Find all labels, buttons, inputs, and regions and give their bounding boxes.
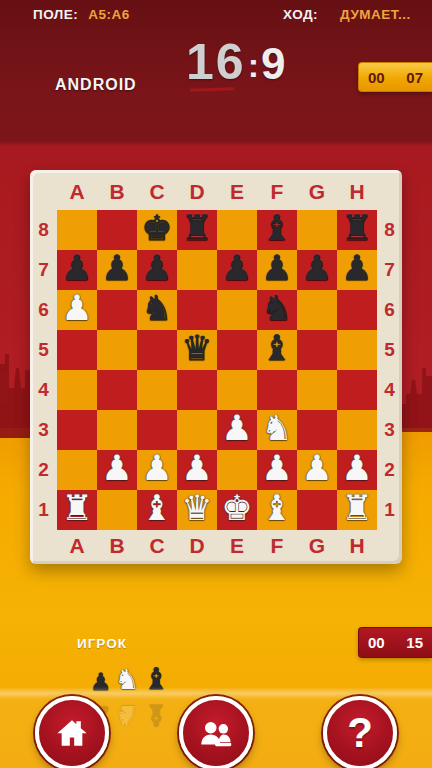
white-piece: ♜ [61, 489, 92, 527]
white-piece: ♟ [261, 449, 292, 487]
file-label-h: H [337, 174, 377, 210]
square-d5[interactable]: ♛ [177, 330, 217, 370]
black-piece: ♛ [181, 329, 212, 367]
factory-skyline-left [0, 336, 32, 438]
square-a1[interactable]: ♜ [57, 490, 97, 530]
opponent-score-box: 00 07 [358, 62, 432, 92]
player-score-right: 15 [406, 634, 423, 651]
file-label-f: F [257, 530, 297, 562]
rank-label-2: 2 [377, 450, 402, 490]
white-piece: ♟ [181, 449, 212, 487]
square-h6[interactable] [337, 290, 377, 330]
file-label-d: D [177, 530, 217, 562]
file-label-d: D [177, 174, 217, 210]
file-label-e: E [217, 530, 257, 562]
rank-label-8: 8 [377, 210, 402, 250]
square-g6[interactable] [297, 290, 337, 330]
rank-label-6: 6 [377, 290, 402, 330]
rank-label-8: 8 [30, 210, 57, 250]
square-d1[interactable]: ♛ [177, 490, 217, 530]
white-piece: ♜ [341, 489, 372, 527]
player-score-left: 00 [368, 634, 385, 651]
square-c1[interactable]: ♝ [137, 490, 177, 530]
square-e5[interactable] [217, 330, 257, 370]
square-g4[interactable] [297, 370, 337, 410]
square-e4[interactable] [217, 370, 257, 410]
square-b3[interactable] [97, 410, 137, 450]
square-c2[interactable]: ♟ [137, 450, 177, 490]
square-e3[interactable]: ♟ [217, 410, 257, 450]
square-c3[interactable] [137, 410, 177, 450]
chess-app-screen: ПОЛЕ: A5:A6 ХОД: ДУМАЕТ... 16 : 9 ANDROI… [0, 0, 432, 768]
opponent-score-right: 07 [406, 69, 423, 86]
players-button[interactable] [179, 696, 253, 768]
white-piece: ♟ [101, 449, 132, 487]
two-players-icon [195, 712, 237, 754]
help-button[interactable]: ? [323, 696, 397, 768]
file-label-g: G [297, 530, 337, 562]
square-g3[interactable] [297, 410, 337, 450]
file-label-h: H [337, 530, 377, 562]
square-f2[interactable]: ♟ [257, 450, 297, 490]
field-info: ПОЛЕ: A5:A6 [33, 7, 130, 22]
rank-label-7: 7 [30, 250, 57, 290]
square-e8[interactable] [217, 210, 257, 250]
black-piece: ♟ [261, 249, 292, 287]
square-e2[interactable] [217, 450, 257, 490]
timer-left-digits: 16 [186, 36, 246, 88]
game-timer: 16 : 9 [186, 36, 285, 88]
square-c6[interactable]: ♞ [137, 290, 177, 330]
player-name: ИГРОК [77, 636, 127, 651]
square-f7[interactable]: ♟ [257, 250, 297, 290]
rank-label-2: 2 [30, 450, 57, 490]
square-b6[interactable] [97, 290, 137, 330]
square-g5[interactable] [297, 330, 337, 370]
file-label-c: C [137, 530, 177, 562]
file-label-f: F [257, 174, 297, 210]
file-labels-bottom: ABCDEFGH [57, 530, 377, 562]
field-label: ПОЛЕ: [33, 7, 78, 22]
player-score-box: 00 15 [358, 627, 432, 658]
white-piece: ♞ [261, 409, 292, 447]
move-info: ХОД: ДУМАЕТ... [283, 7, 411, 22]
opponent-name: ANDROID [55, 76, 137, 94]
square-a7[interactable]: ♟ [57, 250, 97, 290]
square-a5[interactable] [57, 330, 97, 370]
rank-label-6: 6 [30, 290, 57, 330]
file-label-a: A [57, 174, 97, 210]
move-label: ХОД: [283, 7, 318, 22]
square-h8[interactable]: ♜ [337, 210, 377, 250]
file-label-a: A [57, 530, 97, 562]
square-c4[interactable] [137, 370, 177, 410]
square-d7[interactable] [177, 250, 217, 290]
square-d4[interactable] [177, 370, 217, 410]
square-f6[interactable]: ♞ [257, 290, 297, 330]
captured-white-knight: ♞ [115, 696, 140, 734]
white-piece: ♛ [181, 489, 212, 527]
square-b7[interactable]: ♟ [97, 250, 137, 290]
black-piece: ♟ [61, 249, 92, 287]
square-h3[interactable] [337, 410, 377, 450]
white-piece: ♝ [141, 489, 172, 527]
square-a2[interactable] [57, 450, 97, 490]
timer-right-digits: 9 [261, 40, 285, 88]
black-piece: ♜ [341, 209, 372, 247]
white-piece: ♟ [221, 409, 252, 447]
field-value: A5:A6 [88, 7, 130, 22]
rank-label-5: 5 [377, 330, 402, 370]
square-f5[interactable]: ♝ [257, 330, 297, 370]
move-status: ДУМАЕТ... [340, 7, 411, 22]
square-h1[interactable]: ♜ [337, 490, 377, 530]
rank-label-4: 4 [30, 370, 57, 410]
white-piece: ♟ [61, 289, 92, 327]
square-f8[interactable]: ♝ [257, 210, 297, 250]
square-b1[interactable] [97, 490, 137, 530]
rank-label-7: 7 [377, 250, 402, 290]
square-d8[interactable]: ♜ [177, 210, 217, 250]
square-b5[interactable] [97, 330, 137, 370]
square-g8[interactable] [297, 210, 337, 250]
square-h2[interactable]: ♟ [337, 450, 377, 490]
square-a6[interactable]: ♟ [57, 290, 97, 330]
rank-label-5: 5 [30, 330, 57, 370]
square-f4[interactable] [257, 370, 297, 410]
square-e1[interactable]: ♚ [217, 490, 257, 530]
black-piece: ♟ [301, 249, 332, 287]
square-f1[interactable]: ♝ [257, 490, 297, 530]
white-piece: ♟ [341, 449, 372, 487]
rank-labels-left: 87654321 [30, 210, 57, 530]
file-label-e: E [217, 174, 257, 210]
black-piece: ♝ [261, 209, 292, 247]
white-piece: ♟ [141, 449, 172, 487]
black-piece: ♜ [181, 209, 212, 247]
square-c5[interactable] [137, 330, 177, 370]
file-label-g: G [297, 174, 337, 210]
rank-labels-right: 87654321 [377, 210, 402, 530]
rank-label-1: 1 [30, 490, 57, 530]
square-g7[interactable]: ♟ [297, 250, 337, 290]
square-a8[interactable] [57, 210, 97, 250]
square-a4[interactable] [57, 370, 97, 410]
file-label-b: B [97, 530, 137, 562]
square-h5[interactable] [337, 330, 377, 370]
white-piece: ♝ [261, 489, 292, 527]
square-h7[interactable]: ♟ [337, 250, 377, 290]
black-piece: ♞ [261, 289, 292, 327]
home-button[interactable] [35, 696, 109, 768]
file-labels-top: ABCDEFGH [57, 174, 377, 210]
chess-board-frame: ABCDEFGH 87654321 87654321 ABCDEFGH ♚♜♝♜… [30, 170, 402, 564]
square-g2[interactable]: ♟ [297, 450, 337, 490]
black-piece: ♞ [141, 289, 172, 327]
square-d6[interactable] [177, 290, 217, 330]
square-e7[interactable]: ♟ [217, 250, 257, 290]
white-piece: ♚ [221, 489, 252, 527]
square-a3[interactable] [57, 410, 97, 450]
question-mark-icon: ? [347, 712, 373, 754]
square-b8[interactable] [97, 210, 137, 250]
captured-black-bishop: ♝ [143, 696, 170, 734]
rank-label-1: 1 [377, 490, 402, 530]
square-b2[interactable]: ♟ [97, 450, 137, 490]
black-piece: ♚ [141, 209, 172, 247]
square-c8[interactable]: ♚ [137, 210, 177, 250]
square-g1[interactable] [297, 490, 337, 530]
white-piece: ♟ [301, 449, 332, 487]
timer-scratch-mark [190, 87, 234, 92]
black-piece: ♟ [101, 249, 132, 287]
square-h4[interactable] [337, 370, 377, 410]
board-grid: ♚♜♝♜♟♟♟♟♟♟♟♟♞♞♛♝♟♞♟♟♟♟♟♟♜♝♛♚♝♜ [57, 210, 377, 530]
square-e6[interactable] [217, 290, 257, 330]
black-piece: ♟ [341, 249, 372, 287]
black-piece: ♟ [221, 249, 252, 287]
factory-skyline-right [402, 352, 432, 432]
square-c7[interactable]: ♟ [137, 250, 177, 290]
timer-colon: : [248, 42, 259, 88]
square-b4[interactable] [97, 370, 137, 410]
home-icon [52, 713, 92, 753]
file-label-c: C [137, 174, 177, 210]
opponent-score-left: 00 [368, 69, 385, 86]
rank-label-3: 3 [30, 410, 57, 450]
rank-label-3: 3 [377, 410, 402, 450]
black-piece: ♝ [261, 329, 292, 367]
rank-label-4: 4 [377, 370, 402, 410]
square-d3[interactable] [177, 410, 217, 450]
square-f3[interactable]: ♞ [257, 410, 297, 450]
file-label-b: B [97, 174, 137, 210]
square-d2[interactable]: ♟ [177, 450, 217, 490]
black-piece: ♟ [141, 249, 172, 287]
